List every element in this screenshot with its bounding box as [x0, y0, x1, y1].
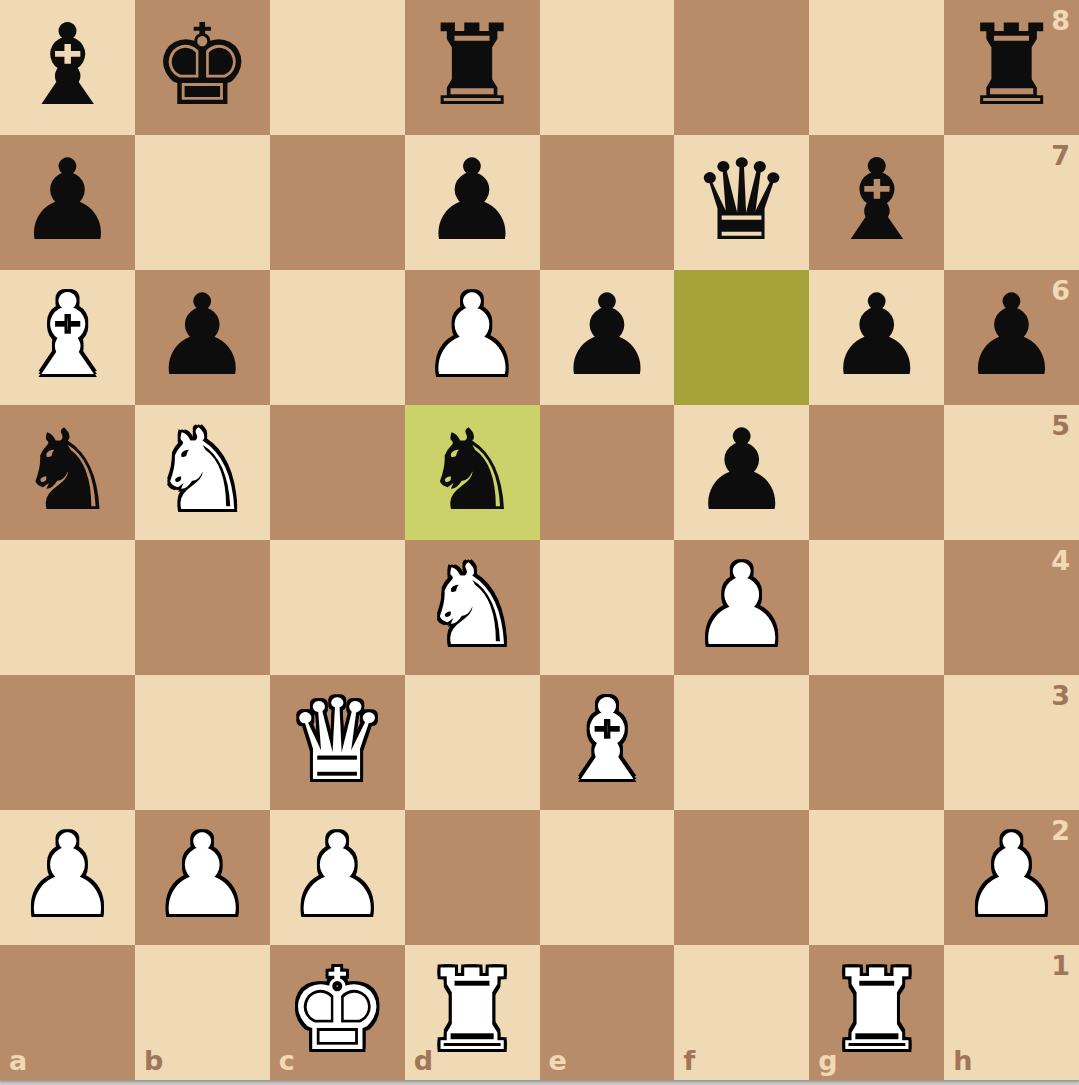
square-g6[interactable]: ♟: [809, 270, 944, 405]
square-a8[interactable]: ♝: [0, 0, 135, 135]
square-e6[interactable]: ♟: [540, 270, 675, 405]
piece-white-pawn-a2[interactable]: ♟: [17, 819, 117, 931]
piece-white-bishop-a6[interactable]: ♝: [17, 279, 117, 391]
square-c2[interactable]: ♟: [270, 810, 405, 945]
square-c7[interactable]: [270, 135, 405, 270]
rank-label-3: 3: [1051, 682, 1070, 709]
piece-black-knight-d5[interactable]: ♞: [422, 414, 522, 526]
square-b6[interactable]: ♟: [135, 270, 270, 405]
rank-label-2: 2: [1051, 817, 1070, 844]
square-d1[interactable]: ♜d: [405, 945, 540, 1080]
piece-white-pawn-h2[interactable]: ♟: [961, 819, 1061, 931]
square-f6[interactable]: [674, 270, 809, 405]
square-d4[interactable]: ♞: [405, 540, 540, 675]
piece-white-pawn-b2[interactable]: ♟: [152, 819, 252, 931]
square-h1[interactable]: h1: [944, 945, 1079, 1080]
file-label-d: d: [414, 1047, 433, 1074]
piece-white-bishop-e3[interactable]: ♝: [557, 684, 657, 796]
square-b2[interactable]: ♟: [135, 810, 270, 945]
file-label-f: f: [683, 1047, 695, 1074]
piece-black-rook-h8[interactable]: ♜: [961, 9, 1061, 121]
piece-black-rook-d8[interactable]: ♜: [422, 9, 522, 121]
square-g7[interactable]: ♝: [809, 135, 944, 270]
square-e7[interactable]: [540, 135, 675, 270]
square-d8[interactable]: ♜: [405, 0, 540, 135]
square-f2[interactable]: [674, 810, 809, 945]
piece-black-pawn-e6[interactable]: ♟: [557, 279, 657, 391]
piece-black-pawn-h6[interactable]: ♟: [961, 279, 1061, 391]
square-a7[interactable]: ♟: [0, 135, 135, 270]
square-c3[interactable]: ♛: [270, 675, 405, 810]
square-c4[interactable]: [270, 540, 405, 675]
rank-label-6: 6: [1051, 277, 1070, 304]
square-f7[interactable]: ♛: [674, 135, 809, 270]
square-h7[interactable]: 7: [944, 135, 1079, 270]
square-d5[interactable]: ♞: [405, 405, 540, 540]
file-label-a: a: [9, 1047, 27, 1074]
square-b7[interactable]: [135, 135, 270, 270]
piece-black-bishop-g7[interactable]: ♝: [826, 144, 926, 256]
square-c1[interactable]: ♚c: [270, 945, 405, 1080]
chess-board: ♝♚♜♜8♟♟♛♝7♝♟♟♟♟♟6♞♞♞♟5♞♟4♛♝3♟♟♟♟2ab♚c♜de…: [0, 0, 1079, 1080]
square-f5[interactable]: ♟: [674, 405, 809, 540]
piece-black-pawn-a7[interactable]: ♟: [17, 144, 117, 256]
square-g3[interactable]: [809, 675, 944, 810]
square-g1[interactable]: ♜g: [809, 945, 944, 1080]
piece-black-pawn-g6[interactable]: ♟: [826, 279, 926, 391]
square-d2[interactable]: [405, 810, 540, 945]
piece-black-pawn-d7[interactable]: ♟: [422, 144, 522, 256]
square-g4[interactable]: [809, 540, 944, 675]
square-c6[interactable]: [270, 270, 405, 405]
square-a3[interactable]: [0, 675, 135, 810]
piece-white-knight-b5[interactable]: ♞: [152, 414, 252, 526]
square-h2[interactable]: ♟2: [944, 810, 1079, 945]
rank-label-8: 8: [1051, 7, 1070, 34]
rank-label-7: 7: [1051, 142, 1070, 169]
square-f4[interactable]: ♟: [674, 540, 809, 675]
piece-black-bishop-a8[interactable]: ♝: [17, 9, 117, 121]
square-g5[interactable]: [809, 405, 944, 540]
square-e4[interactable]: [540, 540, 675, 675]
piece-black-pawn-f5[interactable]: ♟: [692, 414, 792, 526]
square-d7[interactable]: ♟: [405, 135, 540, 270]
square-h5[interactable]: 5: [944, 405, 1079, 540]
square-b3[interactable]: [135, 675, 270, 810]
square-c5[interactable]: [270, 405, 405, 540]
square-h4[interactable]: 4: [944, 540, 1079, 675]
piece-black-king-b8[interactable]: ♚: [152, 9, 252, 121]
rank-label-5: 5: [1051, 412, 1070, 439]
square-f3[interactable]: [674, 675, 809, 810]
square-e3[interactable]: ♝: [540, 675, 675, 810]
square-b8[interactable]: ♚: [135, 0, 270, 135]
square-e8[interactable]: [540, 0, 675, 135]
square-h3[interactable]: 3: [944, 675, 1079, 810]
piece-white-queen-c3[interactable]: ♛: [287, 684, 387, 796]
piece-white-pawn-d6[interactable]: ♟: [422, 279, 522, 391]
piece-black-queen-f7[interactable]: ♛: [692, 144, 792, 256]
square-d3[interactable]: [405, 675, 540, 810]
piece-white-rook-g1[interactable]: ♜: [826, 954, 926, 1066]
piece-white-pawn-f4[interactable]: ♟: [692, 549, 792, 661]
rank-label-4: 4: [1051, 547, 1070, 574]
piece-white-pawn-c2[interactable]: ♟: [287, 819, 387, 931]
square-f1[interactable]: f: [674, 945, 809, 1080]
piece-black-pawn-b6[interactable]: ♟: [152, 279, 252, 391]
file-label-b: b: [144, 1047, 163, 1074]
piece-white-knight-d4[interactable]: ♞: [422, 549, 522, 661]
file-label-c: c: [279, 1047, 295, 1074]
square-a2[interactable]: ♟: [0, 810, 135, 945]
square-h6[interactable]: ♟6: [944, 270, 1079, 405]
square-e1[interactable]: e: [540, 945, 675, 1080]
square-e2[interactable]: [540, 810, 675, 945]
square-a5[interactable]: ♞: [0, 405, 135, 540]
square-c8[interactable]: [270, 0, 405, 135]
square-g8[interactable]: [809, 0, 944, 135]
file-label-g: g: [818, 1047, 837, 1074]
square-g2[interactable]: [809, 810, 944, 945]
square-a4[interactable]: [0, 540, 135, 675]
square-d6[interactable]: ♟: [405, 270, 540, 405]
piece-white-king-c1[interactable]: ♚: [287, 954, 387, 1066]
file-label-h: h: [953, 1047, 972, 1074]
square-b1[interactable]: b: [135, 945, 270, 1080]
square-b4[interactable]: [135, 540, 270, 675]
square-b5[interactable]: ♞: [135, 405, 270, 540]
square-h8[interactable]: ♜8: [944, 0, 1079, 135]
piece-black-knight-a5[interactable]: ♞: [17, 414, 117, 526]
piece-white-rook-d1[interactable]: ♜: [422, 954, 522, 1066]
square-e5[interactable]: [540, 405, 675, 540]
file-label-e: e: [549, 1047, 567, 1074]
rank-label-1: 1: [1051, 952, 1070, 979]
square-f8[interactable]: [674, 0, 809, 135]
square-a6[interactable]: ♝: [0, 270, 135, 405]
square-a1[interactable]: a: [0, 945, 135, 1080]
